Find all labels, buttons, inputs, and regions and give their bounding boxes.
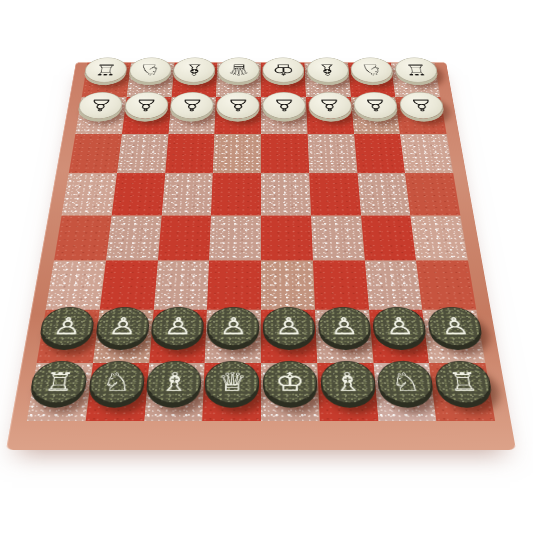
pawn-icon: ♙ <box>107 314 138 338</box>
square-b5[interactable] <box>112 173 165 215</box>
pawn-icon: ♙ <box>219 314 248 338</box>
dark-queen[interactable]: ♕ <box>204 361 259 403</box>
light-queen[interactable]: ♕ <box>218 58 260 83</box>
square-g6[interactable] <box>354 134 405 173</box>
dark-king[interactable]: ♔ <box>263 361 318 403</box>
light-rook[interactable]: ♖ <box>394 58 439 83</box>
square-a4[interactable] <box>54 215 112 260</box>
square-a2[interactable]: ♙ <box>37 310 100 363</box>
light-pawn[interactable]: ♙ <box>262 92 306 119</box>
light-pawn[interactable]: ♙ <box>353 92 399 119</box>
square-g4[interactable] <box>361 215 417 260</box>
photo-background: ♖♘♗♕♔♗♘♖♙♙♙♙♙♙♙♙♙♙♙♙♙♙♙♙♖♘♗♕♔♗♘♖ <box>0 0 533 533</box>
square-d3[interactable] <box>207 261 261 310</box>
square-d7[interactable]: ♙ <box>215 97 261 134</box>
pawn-icon: ♙ <box>439 314 471 338</box>
pawn-icon: ♙ <box>163 314 193 338</box>
square-h6[interactable] <box>400 134 453 173</box>
light-knight[interactable]: ♘ <box>128 58 172 83</box>
dark-pawn[interactable]: ♙ <box>263 307 316 346</box>
square-c7[interactable]: ♙ <box>168 97 216 134</box>
square-d4[interactable] <box>209 215 261 260</box>
square-e4[interactable] <box>261 215 313 260</box>
dark-knight[interactable]: ♘ <box>376 361 435 403</box>
square-b6[interactable] <box>117 134 168 173</box>
pawn-icon: ♙ <box>274 314 303 338</box>
dark-pawn[interactable]: ♙ <box>38 307 96 346</box>
dark-knight[interactable]: ♘ <box>87 361 146 403</box>
square-a3[interactable] <box>46 261 106 310</box>
square-c5[interactable] <box>161 173 213 215</box>
pawn-icon: ♙ <box>51 314 83 338</box>
chess-board: ♖♘♗♕♔♗♘♖♙♙♙♙♙♙♙♙♙♙♙♙♙♙♙♙♖♘♗♕♔♗♘♖ <box>6 62 516 450</box>
square-e5[interactable] <box>261 173 311 215</box>
bishop-icon: ♗ <box>332 369 363 395</box>
pawn-icon: ♙ <box>226 97 250 113</box>
pawn-icon: ♙ <box>134 97 159 113</box>
square-h5[interactable] <box>405 173 460 215</box>
dark-bishop[interactable]: ♗ <box>320 361 377 403</box>
square-f3[interactable] <box>313 261 369 310</box>
square-a6[interactable] <box>69 134 122 173</box>
square-e7[interactable]: ♙ <box>261 97 307 134</box>
light-king[interactable]: ♔ <box>262 58 304 83</box>
square-c3[interactable] <box>153 261 209 310</box>
rook-icon: ♖ <box>404 63 429 78</box>
square-h4[interactable] <box>410 215 468 260</box>
dark-pawn[interactable]: ♙ <box>207 307 260 346</box>
square-c2[interactable]: ♙ <box>149 310 207 363</box>
rook-icon: ♖ <box>93 63 118 78</box>
knight-icon: ♘ <box>360 63 384 78</box>
light-pawn[interactable]: ♙ <box>170 92 215 119</box>
king-icon: ♔ <box>272 63 295 78</box>
pawn-icon: ♙ <box>329 314 359 338</box>
square-h1[interactable]: ♖ <box>429 363 495 421</box>
light-knight[interactable]: ♘ <box>350 58 394 83</box>
square-h7[interactable]: ♙ <box>396 97 447 134</box>
square-c4[interactable] <box>157 215 211 260</box>
rook-icon: ♖ <box>42 369 75 395</box>
square-a7[interactable]: ♙ <box>75 97 126 134</box>
dark-pawn[interactable]: ♙ <box>372 307 428 346</box>
pawn-icon: ♙ <box>409 97 435 113</box>
knight-icon: ♘ <box>100 369 132 395</box>
square-b4[interactable] <box>106 215 162 260</box>
square-f6[interactable] <box>307 134 357 173</box>
square-f7[interactable]: ♙ <box>306 97 354 134</box>
dark-pawn[interactable]: ♙ <box>317 307 371 346</box>
light-bishop[interactable]: ♗ <box>173 58 216 83</box>
square-c1[interactable]: ♗ <box>144 363 205 421</box>
pawn-icon: ♙ <box>363 97 388 113</box>
square-d5[interactable] <box>211 173 261 215</box>
light-bishop[interactable]: ♗ <box>306 58 349 83</box>
square-g2[interactable]: ♙ <box>369 310 430 363</box>
square-f1[interactable]: ♗ <box>317 363 378 421</box>
square-a1[interactable]: ♖ <box>27 363 93 421</box>
square-d6[interactable] <box>213 134 261 173</box>
light-pawn[interactable]: ♙ <box>398 92 445 119</box>
bishop-icon: ♗ <box>159 369 190 395</box>
square-b2[interactable]: ♙ <box>93 310 154 363</box>
square-h3[interactable] <box>416 261 476 310</box>
square-d1[interactable]: ♕ <box>202 363 261 421</box>
square-b3[interactable] <box>100 261 158 310</box>
pawn-icon: ♙ <box>384 314 415 338</box>
pawn-icon: ♙ <box>318 97 342 113</box>
light-pawn[interactable]: ♙ <box>308 92 353 119</box>
square-g3[interactable] <box>365 261 423 310</box>
square-f5[interactable] <box>309 173 361 215</box>
pawn-icon: ♙ <box>272 97 296 113</box>
square-f4[interactable] <box>311 215 365 260</box>
square-b1[interactable]: ♘ <box>85 363 148 421</box>
pawn-icon: ♙ <box>87 97 113 113</box>
queen-icon: ♕ <box>227 63 250 78</box>
dark-pawn[interactable]: ♙ <box>426 307 484 346</box>
light-pawn[interactable]: ♙ <box>123 92 169 119</box>
square-g1[interactable]: ♘ <box>373 363 436 421</box>
knight-icon: ♘ <box>138 63 162 78</box>
square-e3[interactable] <box>261 261 315 310</box>
bishop-icon: ♗ <box>316 63 340 78</box>
square-f2[interactable]: ♙ <box>315 310 373 363</box>
light-pawn[interactable]: ♙ <box>216 92 260 119</box>
dark-pawn[interactable]: ♙ <box>94 307 150 346</box>
queen-icon: ♕ <box>217 369 247 395</box>
dark-pawn[interactable]: ♙ <box>150 307 204 346</box>
dark-bishop[interactable]: ♗ <box>146 361 203 403</box>
square-e2[interactable]: ♙ <box>261 310 317 363</box>
dark-rook[interactable]: ♖ <box>433 361 493 403</box>
pawn-icon: ♙ <box>180 97 204 113</box>
board-grid: ♖♘♗♕♔♗♘♖♙♙♙♙♙♙♙♙♙♙♙♙♙♙♙♙♖♘♗♕♔♗♘♖ <box>27 63 495 421</box>
rook-icon: ♖ <box>446 369 479 395</box>
square-g5[interactable] <box>357 173 410 215</box>
square-h2[interactable]: ♙ <box>422 310 485 363</box>
knight-icon: ♘ <box>389 369 421 395</box>
light-pawn[interactable]: ♙ <box>77 92 124 119</box>
light-rook[interactable]: ♖ <box>83 58 128 83</box>
dark-rook[interactable]: ♖ <box>28 361 88 403</box>
bishop-icon: ♗ <box>183 63 207 78</box>
king-icon: ♔ <box>275 369 305 395</box>
square-d2[interactable]: ♙ <box>205 310 261 363</box>
square-e6[interactable] <box>261 134 309 173</box>
square-c6[interactable] <box>165 134 215 173</box>
square-g7[interactable]: ♙ <box>351 97 400 134</box>
square-a5[interactable] <box>62 173 117 215</box>
square-b7[interactable]: ♙ <box>122 97 171 134</box>
square-e1[interactable]: ♔ <box>261 363 320 421</box>
